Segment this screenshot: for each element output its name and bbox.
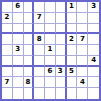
sudoku-cell-r2c8[interactable] — [77, 13, 88, 24]
sudoku-cell-r5c9[interactable] — [88, 45, 99, 56]
sudoku-cell-r6c6[interactable] — [56, 56, 67, 67]
sudoku-cell-r8c2[interactable] — [13, 77, 24, 88]
sudoku-cell-r7c3[interactable] — [24, 67, 35, 78]
sudoku-cell-r4c3[interactable] — [24, 34, 35, 45]
sudoku-cell-r1c5[interactable] — [45, 2, 56, 13]
sudoku-cell-r5c3[interactable] — [24, 45, 35, 56]
sudoku-cell-r9c1[interactable] — [2, 88, 13, 99]
sudoku-cell-r2c9[interactable] — [88, 13, 99, 24]
sudoku-cell-r6c3[interactable] — [24, 56, 35, 67]
sudoku-cell-r8c1: 7 — [2, 77, 13, 88]
sudoku-cell-r3c4[interactable] — [34, 24, 45, 35]
sudoku-cell-r9c2[interactable] — [13, 88, 24, 99]
sudoku-cell-r1c8[interactable] — [77, 2, 88, 13]
sudoku-cell-r6c1[interactable] — [2, 56, 13, 67]
sudoku-cell-r3c6[interactable] — [56, 24, 67, 35]
sudoku-cell-r1c9: 3 — [88, 2, 99, 13]
sudoku-cell-r7c8[interactable] — [77, 67, 88, 78]
sudoku-cell-r3c8[interactable] — [77, 24, 88, 35]
sudoku-cell-r4c7: 2 — [67, 34, 78, 45]
sudoku-cell-r2c5[interactable] — [45, 13, 56, 24]
sudoku-cell-r1c3[interactable] — [24, 2, 35, 13]
sudoku-cell-r6c4[interactable] — [34, 56, 45, 67]
sudoku-cell-r9c8[interactable] — [77, 88, 88, 99]
sudoku-cell-r3c2[interactable] — [13, 24, 24, 35]
sudoku-cell-r7c7: 5 — [67, 67, 78, 78]
sudoku-cell-r2c3[interactable] — [24, 13, 35, 24]
sudoku-cell-r2c6[interactable] — [56, 13, 67, 24]
sudoku-cell-r9c3[interactable] — [24, 88, 35, 99]
sudoku-cell-r7c4[interactable] — [34, 67, 45, 78]
sudoku-cell-r3c3[interactable] — [24, 24, 35, 35]
sudoku-cell-r8c4[interactable] — [34, 77, 45, 88]
sudoku-cell-r9c4[interactable] — [34, 88, 45, 99]
sudoku-cell-r1c6[interactable] — [56, 2, 67, 13]
sudoku-cell-r5c6[interactable] — [56, 45, 67, 56]
sudoku-cell-r7c1[interactable] — [2, 67, 13, 78]
sudoku-cell-r1c2: 6 — [13, 2, 24, 13]
sudoku-cell-r4c6[interactable] — [56, 34, 67, 45]
sudoku-cell-r4c5[interactable] — [45, 34, 56, 45]
sudoku-cell-r9c7[interactable] — [67, 88, 78, 99]
sudoku-cell-r4c9[interactable] — [88, 34, 99, 45]
sudoku-cell-r8c9[interactable] — [88, 77, 99, 88]
sudoku-cell-r5c8[interactable] — [77, 45, 88, 56]
sudoku-cell-r5c4[interactable] — [34, 45, 45, 56]
sudoku-cell-r5c7[interactable] — [67, 45, 78, 56]
sudoku-cell-r7c5: 6 — [45, 67, 56, 78]
sudoku-cell-r9c5[interactable] — [45, 88, 56, 99]
sudoku-cell-r6c5[interactable] — [45, 56, 56, 67]
sudoku-cell-r2c4: 7 — [34, 13, 45, 24]
sudoku-cell-r1c1[interactable] — [2, 2, 13, 13]
sudoku-cell-r8c3: 8 — [24, 77, 35, 88]
sudoku-cell-r5c1[interactable] — [2, 45, 13, 56]
sudoku-cell-r4c4: 8 — [34, 34, 45, 45]
sudoku-cell-r7c2[interactable] — [13, 67, 24, 78]
sudoku-cell-r4c8: 7 — [77, 34, 88, 45]
sudoku-board: 61327827314635784 — [0, 0, 101, 101]
sudoku-cell-r4c1[interactable] — [2, 34, 13, 45]
sudoku-cell-r8c5[interactable] — [45, 77, 56, 88]
sudoku-cell-r1c7: 1 — [67, 2, 78, 13]
sudoku-cell-r2c1: 2 — [2, 13, 13, 24]
sudoku-cell-r5c5: 1 — [45, 45, 56, 56]
sudoku-cell-r3c9[interactable] — [88, 24, 99, 35]
sudoku-cell-r3c7[interactable] — [67, 24, 78, 35]
sudoku-cell-r5c2: 3 — [13, 45, 24, 56]
sudoku-cell-r2c7[interactable] — [67, 13, 78, 24]
sudoku-cell-r8c6[interactable] — [56, 77, 67, 88]
sudoku-cell-r2c2[interactable] — [13, 13, 24, 24]
sudoku-cell-r3c5[interactable] — [45, 24, 56, 35]
sudoku-cell-r6c7[interactable] — [67, 56, 78, 67]
sudoku-cell-r9c6[interactable] — [56, 88, 67, 99]
sudoku-cell-r8c7[interactable] — [67, 77, 78, 88]
sudoku-cell-r3c1[interactable] — [2, 24, 13, 35]
sudoku-cell-r6c2[interactable] — [13, 56, 24, 67]
sudoku-cell-r4c2[interactable] — [13, 34, 24, 45]
sudoku-cell-r9c9[interactable] — [88, 88, 99, 99]
sudoku-cell-r7c6: 3 — [56, 67, 67, 78]
sudoku-cell-r7c9[interactable] — [88, 67, 99, 78]
sudoku-cell-r1c4[interactable] — [34, 2, 45, 13]
sudoku-cell-r6c8[interactable] — [77, 56, 88, 67]
sudoku-cell-r6c9: 4 — [88, 56, 99, 67]
sudoku-cell-r8c8: 4 — [77, 77, 88, 88]
